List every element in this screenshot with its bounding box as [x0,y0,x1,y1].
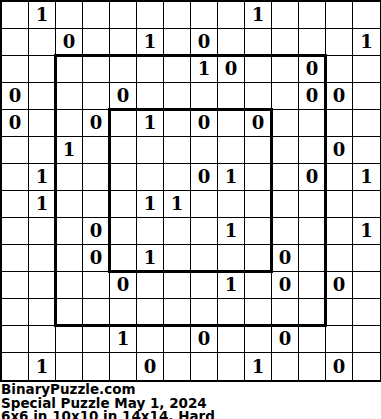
cell-r9c9-empty[interactable] [245,245,272,272]
cell-r3c0-given-0: 0 [2,83,29,110]
cell-r4c9-given-0: 0 [245,110,272,137]
cell-r9c11-empty[interactable] [299,245,326,272]
cell-r13c5-given-0: 0 [137,353,164,380]
cell-r6c0-empty[interactable] [2,164,29,191]
cell-r10c2-empty[interactable] [56,272,83,299]
cell-r0c5-empty[interactable] [137,2,164,29]
cell-r6c3-empty[interactable] [83,164,110,191]
cell-r0c12-empty[interactable] [326,2,353,29]
cell-r0c4-empty[interactable] [110,2,137,29]
cell-r3c10-empty[interactable] [272,83,299,110]
cell-r3c6-empty[interactable] [164,83,191,110]
cell-r9c4-empty[interactable] [110,245,137,272]
cell-r3c4-given-0: 0 [110,83,137,110]
cell-r10c11-empty[interactable] [299,272,326,299]
cell-r7c4-empty[interactable] [110,191,137,218]
cell-r0c1-given-1: 1 [29,2,56,29]
cell-r4c4-empty[interactable] [110,110,137,137]
cell-r12c9-empty[interactable] [245,326,272,353]
cell-r4c5-given-1: 1 [137,110,164,137]
cell-r3c11-given-0: 0 [299,83,326,110]
cell-r4c3-given-0: 0 [83,110,110,137]
cell-r12c11-empty[interactable] [299,326,326,353]
cell-r9c1-empty[interactable] [29,245,56,272]
cell-r2c4-empty[interactable] [110,56,137,83]
cell-r5c9-empty[interactable] [245,137,272,164]
cell-r11c7-empty[interactable] [191,299,218,326]
cell-r2c5-empty[interactable] [137,56,164,83]
cell-r11c13-empty[interactable] [353,299,380,326]
cell-r6c4-empty[interactable] [110,164,137,191]
cell-r5c1-empty[interactable] [29,137,56,164]
cell-r5c12-given-0: 0 [326,137,353,164]
cell-r12c7-given-0: 0 [191,326,218,353]
cell-r1c7-given-0: 0 [191,29,218,56]
cell-r7c6-given-1: 1 [164,191,191,218]
cell-r8c6-empty[interactable] [164,218,191,245]
cell-r12c1-empty[interactable] [29,326,56,353]
cell-r11c9-empty[interactable] [245,299,272,326]
cell-r0c9-given-1: 1 [245,2,272,29]
cell-r13c7-empty[interactable] [191,353,218,380]
cell-r7c10-empty[interactable] [272,191,299,218]
cell-r13c0-empty[interactable] [2,353,29,380]
cell-r0c2-empty[interactable] [56,2,83,29]
cell-r2c1-empty[interactable] [29,56,56,83]
cell-r2c9-empty[interactable] [245,56,272,83]
cell-r4c10-empty[interactable] [272,110,299,137]
cell-r10c13-empty[interactable] [353,272,380,299]
cell-r2c2-empty[interactable] [56,56,83,83]
cell-r7c3-empty[interactable] [83,191,110,218]
cell-r5c0-empty[interactable] [2,137,29,164]
cell-r8c2-empty[interactable] [56,218,83,245]
cell-r7c0-empty[interactable] [2,191,29,218]
cell-r13c12-given-0: 0 [326,353,353,380]
cell-r7c12-empty[interactable] [326,191,353,218]
cell-r2c0-empty[interactable] [2,56,29,83]
cell-r9c0-empty[interactable] [2,245,29,272]
cell-r1c1-empty[interactable] [29,29,56,56]
cell-r6c10-empty[interactable] [272,164,299,191]
cell-r3c8-empty[interactable] [218,83,245,110]
cell-r12c10-given-0: 0 [272,326,299,353]
cell-r6c7-given-0: 0 [191,164,218,191]
cell-r7c11-empty[interactable] [299,191,326,218]
cell-r4c11-empty[interactable] [299,110,326,137]
cell-r13c9-given-1: 1 [245,353,272,380]
cell-r9c8-empty[interactable] [218,245,245,272]
cell-r4c8-empty[interactable] [218,110,245,137]
cell-r3c7-empty[interactable] [191,83,218,110]
cell-r13c10-empty[interactable] [272,353,299,380]
binary-puzzle-board: 1101011000000001001010101111011010010010… [0,0,381,382]
cell-r4c6-empty[interactable] [164,110,191,137]
cell-r0c3-empty[interactable] [83,2,110,29]
cell-r0c11-empty[interactable] [299,2,326,29]
cell-r2c12-empty[interactable] [326,56,353,83]
cell-r10c10-given-0: 0 [272,272,299,299]
cell-r10c3-empty[interactable] [83,272,110,299]
cell-r7c7-empty[interactable] [191,191,218,218]
cell-r7c2-empty[interactable] [56,191,83,218]
cell-r12c3-empty[interactable] [83,326,110,353]
cell-r0c10-empty[interactable] [272,2,299,29]
cell-r13c2-empty[interactable] [56,353,83,380]
cell-r5c5-empty[interactable] [137,137,164,164]
cell-r0c8-empty[interactable] [218,2,245,29]
cell-r2c3-empty[interactable] [83,56,110,83]
cell-r1c3-empty[interactable] [83,29,110,56]
cell-r9c7-empty[interactable] [191,245,218,272]
cell-r13c13-empty[interactable] [353,353,380,380]
cell-r1c9-empty[interactable] [245,29,272,56]
cell-r3c12-given-0: 0 [326,83,353,110]
footer: BinaryPuzzle.com Special Puzzle May 1, 2… [0,382,381,419]
cell-r9c10-given-0: 0 [272,245,299,272]
cell-r6c5-empty[interactable] [137,164,164,191]
cell-r1c8-empty[interactable] [218,29,245,56]
cell-r6c2-empty[interactable] [56,164,83,191]
cell-r9c6-empty[interactable] [164,245,191,272]
cell-r3c3-empty[interactable] [83,83,110,110]
cell-r12c12-empty[interactable] [326,326,353,353]
cell-r6c9-empty[interactable] [245,164,272,191]
cell-r1c0-empty[interactable] [2,29,29,56]
cell-r2c6-empty[interactable] [164,56,191,83]
cell-r4c2-empty[interactable] [56,110,83,137]
cell-r9c5-given-1: 1 [137,245,164,272]
cell-r12c0-empty[interactable] [2,326,29,353]
cell-r10c1-empty[interactable] [29,272,56,299]
cell-r5c13-empty[interactable] [353,137,380,164]
cell-r8c1-empty[interactable] [29,218,56,245]
cell-r3c13-empty[interactable] [353,83,380,110]
cell-r7c8-empty[interactable] [218,191,245,218]
cell-r5c11-empty[interactable] [299,137,326,164]
cell-r11c5-empty[interactable] [137,299,164,326]
cell-r11c8-empty[interactable] [218,299,245,326]
cell-r6c13-given-1: 1 [353,164,380,191]
cell-r10c6-empty[interactable] [164,272,191,299]
cell-r11c3-empty[interactable] [83,299,110,326]
cell-r9c12-empty[interactable] [326,245,353,272]
cell-r12c8-empty[interactable] [218,326,245,353]
cell-r10c9-empty[interactable] [245,272,272,299]
cell-r9c2-empty[interactable] [56,245,83,272]
cell-r5c6-empty[interactable] [164,137,191,164]
cell-r11c6-empty[interactable] [164,299,191,326]
cell-r1c4-empty[interactable] [110,29,137,56]
cell-r3c1-empty[interactable] [29,83,56,110]
cell-r13c4-empty[interactable] [110,353,137,380]
cell-r6c6-empty[interactable] [164,164,191,191]
cell-r12c13-empty[interactable] [353,326,380,353]
cell-r0c13-empty[interactable] [353,2,380,29]
cell-r6c1-given-1: 1 [29,164,56,191]
cell-r13c8-empty[interactable] [218,353,245,380]
cell-r8c13-given-1: 1 [353,218,380,245]
cell-r1c12-empty[interactable] [326,29,353,56]
cell-r13c11-empty[interactable] [299,353,326,380]
cell-r5c3-empty[interactable] [83,137,110,164]
cell-r3c9-empty[interactable] [245,83,272,110]
cell-r8c11-empty[interactable] [299,218,326,245]
cell-r12c2-empty[interactable] [56,326,83,353]
cell-r3c5-empty[interactable] [137,83,164,110]
cell-r1c5-given-1: 1 [137,29,164,56]
cell-r2c11-given-0: 0 [299,56,326,83]
cell-r8c5-empty[interactable] [137,218,164,245]
cell-r7c13-empty[interactable] [353,191,380,218]
cell-r8c7-empty[interactable] [191,218,218,245]
cell-r2c7-given-1: 1 [191,56,218,83]
cell-r4c1-empty[interactable] [29,110,56,137]
cell-r11c0-empty[interactable] [2,299,29,326]
cell-r8c4-empty[interactable] [110,218,137,245]
cell-r2c13-empty[interactable] [353,56,380,83]
cell-r11c2-empty[interactable] [56,299,83,326]
cell-r7c5-given-1: 1 [137,191,164,218]
cell-r3c2-empty[interactable] [56,83,83,110]
cell-r1c11-empty[interactable] [299,29,326,56]
cell-r10c7-empty[interactable] [191,272,218,299]
cell-r0c0-empty[interactable] [2,2,29,29]
cell-r4c7-given-0: 0 [191,110,218,137]
cell-r6c12-empty[interactable] [326,164,353,191]
cell-r10c8-given-1: 1 [218,272,245,299]
cell-r9c13-empty[interactable] [353,245,380,272]
cell-r10c0-empty[interactable] [2,272,29,299]
cell-r7c9-empty[interactable] [245,191,272,218]
cell-r11c10-empty[interactable] [272,299,299,326]
cell-r8c8-given-1: 1 [218,218,245,245]
cell-r0c6-empty[interactable] [164,2,191,29]
cell-r6c8-given-1: 1 [218,164,245,191]
cell-r5c7-empty[interactable] [191,137,218,164]
cell-r2c10-empty[interactable] [272,56,299,83]
cell-r8c3-given-0: 0 [83,218,110,245]
cell-r8c0-empty[interactable] [2,218,29,245]
cell-r8c12-empty[interactable] [326,218,353,245]
cell-r4c13-empty[interactable] [353,110,380,137]
cell-r11c4-empty[interactable] [110,299,137,326]
cell-r1c6-empty[interactable] [164,29,191,56]
cell-r1c13-given-1: 1 [353,29,380,56]
cell-r5c4-empty[interactable] [110,137,137,164]
cell-r0c7-empty[interactable] [191,2,218,29]
cell-r12c5-empty[interactable] [137,326,164,353]
cell-r10c4-given-0: 0 [110,272,137,299]
cell-r5c2-given-1: 1 [56,137,83,164]
cell-r7c1-given-1: 1 [29,191,56,218]
cell-r11c11-empty[interactable] [299,299,326,326]
cell-r13c6-empty[interactable] [164,353,191,380]
cell-r10c5-empty[interactable] [137,272,164,299]
cell-r13c1-given-1: 1 [29,353,56,380]
cell-r12c4-given-1: 1 [110,326,137,353]
cell-r2c8-given-0: 0 [218,56,245,83]
cell-r1c2-given-0: 0 [56,29,83,56]
cell-r9c3-given-0: 0 [83,245,110,272]
cell-r12c6-empty[interactable] [164,326,191,353]
cell-r4c12-empty[interactable] [326,110,353,137]
cell-r6c11-given-0: 0 [299,164,326,191]
cell-r11c12-empty[interactable] [326,299,353,326]
puzzle-spec: 6x6 in 10x10 in 14x14, Hard [1,410,380,419]
cell-r8c9-empty[interactable] [245,218,272,245]
cell-r8c10-empty[interactable] [272,218,299,245]
cell-r1c10-empty[interactable] [272,29,299,56]
cell-r13c3-empty[interactable] [83,353,110,380]
cell-r5c8-empty[interactable] [218,137,245,164]
cell-r4c0-given-0: 0 [2,110,29,137]
cell-r11c1-empty[interactable] [29,299,56,326]
cell-r5c10-empty[interactable] [272,137,299,164]
cell-r10c12-given-0: 0 [326,272,353,299]
